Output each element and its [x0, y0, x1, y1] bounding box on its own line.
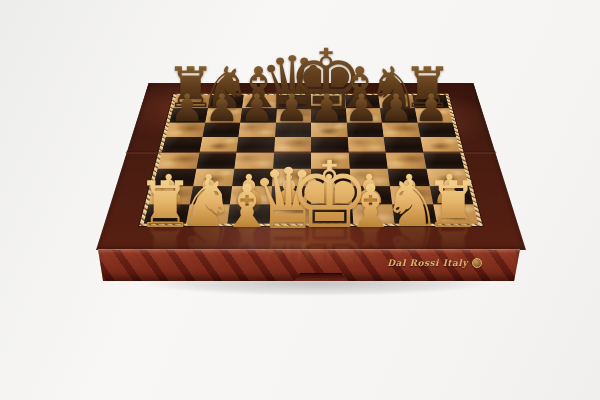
square-f1[interactable] — [352, 204, 395, 223]
square-a7[interactable] — [169, 108, 207, 122]
square-f2[interactable] — [350, 186, 392, 204]
square-a1[interactable] — [144, 204, 190, 223]
square-c6[interactable] — [238, 122, 275, 137]
square-a2[interactable] — [149, 186, 193, 204]
square-g2[interactable] — [390, 186, 433, 204]
square-b1[interactable] — [186, 204, 230, 223]
board-fold-seam — [125, 151, 496, 153]
square-h5[interactable] — [420, 137, 460, 152]
square-c1[interactable] — [227, 204, 270, 223]
square-f5[interactable] — [347, 137, 385, 152]
square-e4[interactable] — [311, 152, 349, 168]
square-f7[interactable] — [346, 108, 382, 122]
square-e1[interactable] — [311, 204, 353, 223]
square-b8[interactable] — [207, 95, 243, 108]
chess-set-photo: Dal Rossi Italy ♜♜♞♞♝♝♛♛♚♚♝♝♞♞♜♜♟♟♟♟♟♟♟♟… — [0, 0, 600, 400]
square-h4[interactable] — [423, 152, 464, 168]
square-b3[interactable] — [193, 169, 235, 186]
square-b2[interactable] — [189, 186, 232, 204]
square-c3[interactable] — [232, 169, 273, 186]
square-h7[interactable] — [415, 108, 453, 122]
brand-label-group: Dal Rossi Italy — [387, 258, 482, 268]
square-h2[interactable] — [429, 186, 473, 204]
square-d6[interactable] — [275, 122, 311, 137]
square-a4[interactable] — [158, 152, 199, 168]
square-a8[interactable] — [173, 95, 210, 108]
brand-emblem-icon — [472, 258, 482, 268]
square-g8[interactable] — [378, 95, 414, 108]
latch-notch — [294, 273, 348, 281]
square-g3[interactable] — [388, 169, 430, 186]
chess-board — [96, 83, 526, 250]
square-e5[interactable] — [311, 137, 348, 152]
board-front-edge: Dal Rossi Italy — [98, 249, 520, 281]
square-h3[interactable] — [426, 169, 469, 186]
square-e3[interactable] — [311, 169, 350, 186]
square-e7[interactable] — [311, 108, 346, 122]
square-f3[interactable] — [349, 169, 390, 186]
square-c5[interactable] — [236, 137, 274, 152]
square-g5[interactable] — [384, 137, 423, 152]
square-g7[interactable] — [380, 108, 417, 122]
square-d3[interactable] — [272, 169, 311, 186]
square-e8[interactable] — [311, 95, 346, 108]
square-h6[interactable] — [417, 122, 456, 137]
square-g6[interactable] — [382, 122, 420, 137]
square-a3[interactable] — [153, 169, 196, 186]
square-d1[interactable] — [269, 204, 311, 223]
square-b6[interactable] — [202, 122, 240, 137]
square-c2[interactable] — [230, 186, 272, 204]
square-c8[interactable] — [242, 95, 277, 108]
board-grid — [144, 95, 479, 223]
board-playing-area — [138, 93, 484, 227]
square-d5[interactable] — [274, 137, 311, 152]
square-g4[interactable] — [386, 152, 426, 168]
square-e2[interactable] — [311, 186, 352, 204]
square-d8[interactable] — [276, 95, 311, 108]
square-d4[interactable] — [273, 152, 311, 168]
square-e6[interactable] — [311, 122, 347, 137]
square-b5[interactable] — [199, 137, 238, 152]
square-f4[interactable] — [348, 152, 387, 168]
square-g1[interactable] — [392, 204, 436, 223]
square-f6[interactable] — [346, 122, 383, 137]
square-f8[interactable] — [345, 95, 380, 108]
square-d2[interactable] — [270, 186, 311, 204]
square-d7[interactable] — [276, 108, 311, 122]
square-h8[interactable] — [412, 95, 449, 108]
square-c4[interactable] — [234, 152, 273, 168]
square-c7[interactable] — [240, 108, 276, 122]
brand-label: Dal Rossi Italy — [387, 258, 468, 268]
square-b4[interactable] — [196, 152, 236, 168]
square-a5[interactable] — [162, 137, 202, 152]
square-a6[interactable] — [166, 122, 205, 137]
square-b7[interactable] — [205, 108, 242, 122]
square-h1[interactable] — [433, 204, 479, 223]
